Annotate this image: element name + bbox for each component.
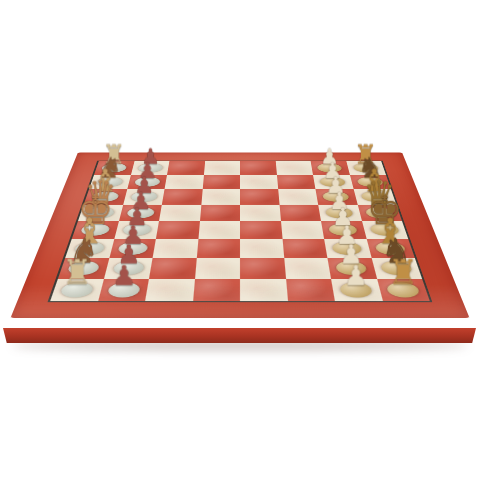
white-rook-h1[interactable]: ♜ [50, 279, 103, 302]
black-pawn-h7[interactable]: ♟ [331, 279, 382, 302]
piece-glyph: ♟ [344, 262, 369, 290]
board-edge-face [3, 328, 476, 343]
pieces-layer: ♜♞♝♛♚♝♞♜♟♟♟♟♟♟♟♟♟♟♟♟♟♟♟♟♜♞♝♛♚♝♞♜ [50, 161, 430, 301]
product-photo-scene: ♜♞♝♛♚♝♞♜♟♟♟♟♟♟♟♟♟♟♟♟♟♟♟♟♜♞♝♛♚♝♞♜ [0, 0, 480, 480]
piece-glyph: ♜ [387, 255, 418, 289]
black-rook-h8[interactable]: ♜ [377, 279, 430, 302]
chessboard: ♜♞♝♛♚♝♞♜♟♟♟♟♟♟♟♟♟♟♟♟♟♟♟♟♜♞♝♛♚♝♞♜ [10, 152, 469, 318]
piece-glyph: ♟ [111, 262, 136, 290]
white-pawn-h2[interactable]: ♟ [98, 279, 149, 302]
piece-glyph: ♜ [62, 255, 93, 289]
